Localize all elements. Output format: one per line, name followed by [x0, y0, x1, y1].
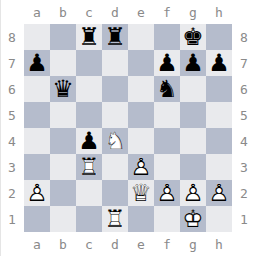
file-label-g-top: g — [180, 0, 206, 24]
square-h5[interactable] — [206, 102, 232, 128]
rank-label-8-left: 8 — [0, 24, 24, 50]
white-pawn[interactable]: ♟♙ — [128, 154, 154, 180]
white-pawn-outline: ♙ — [154, 180, 180, 206]
white-knight[interactable]: ♞♘ — [102, 128, 128, 154]
square-e8[interactable] — [128, 24, 154, 50]
rank-label-6-right: 6 — [232, 76, 256, 102]
file-label-h-top: h — [206, 0, 232, 24]
square-b7[interactable] — [50, 50, 76, 76]
white-pawn[interactable]: ♟♙ — [206, 180, 232, 206]
white-king[interactable]: ♚♔ — [180, 206, 206, 232]
white-pawn[interactable]: ♟♙ — [24, 180, 50, 206]
file-label-d-top: d — [102, 0, 128, 24]
square-a4[interactable] — [24, 128, 50, 154]
file-label-f-bottom: f — [154, 232, 180, 256]
white-pawn[interactable]: ♟♙ — [180, 180, 206, 206]
chess-board-page: abcdefgh8♜♜♚87♟♟♟♟76♛♞6554♟♞♘43♜♖♟♙32♟♙♛… — [0, 0, 256, 256]
white-pawn-outline: ♙ — [180, 180, 206, 206]
rank-label-5-right: 5 — [232, 102, 256, 128]
square-h3[interactable] — [206, 154, 232, 180]
white-pawn-outline: ♙ — [128, 154, 154, 180]
rank-label-4-right: 4 — [232, 128, 256, 154]
square-g1[interactable]: ♚♔ — [180, 206, 206, 232]
square-g7[interactable]: ♟ — [180, 50, 206, 76]
square-a7[interactable]: ♟ — [24, 50, 50, 76]
square-a3[interactable] — [24, 154, 50, 180]
square-h8[interactable] — [206, 24, 232, 50]
white-rook[interactable]: ♜♖ — [102, 206, 128, 232]
square-c2[interactable] — [76, 180, 102, 206]
file-label-e-top: e — [128, 0, 154, 24]
square-a5[interactable] — [24, 102, 50, 128]
square-d6[interactable] — [102, 76, 128, 102]
white-pawn[interactable]: ♟♙ — [154, 180, 180, 206]
square-b6[interactable]: ♛ — [50, 76, 76, 102]
square-d7[interactable] — [102, 50, 128, 76]
board-corner — [0, 0, 24, 24]
square-c6[interactable] — [76, 76, 102, 102]
rank-label-3-left: 3 — [0, 154, 24, 180]
square-f6[interactable]: ♞ — [154, 76, 180, 102]
black-rook[interactable]: ♜ — [102, 24, 128, 50]
white-rook-outline: ♖ — [102, 206, 128, 232]
square-a8[interactable] — [24, 24, 50, 50]
square-b1[interactable] — [50, 206, 76, 232]
black-queen[interactable]: ♛ — [50, 76, 76, 102]
square-f2[interactable]: ♟♙ — [154, 180, 180, 206]
square-g6[interactable] — [180, 76, 206, 102]
square-e3[interactable]: ♟♙ — [128, 154, 154, 180]
square-h6[interactable] — [206, 76, 232, 102]
square-g2[interactable]: ♟♙ — [180, 180, 206, 206]
rank-label-7-right: 7 — [232, 50, 256, 76]
black-pawn[interactable]: ♟ — [154, 50, 180, 76]
square-e1[interactable] — [128, 206, 154, 232]
square-c3[interactable]: ♜♖ — [76, 154, 102, 180]
square-c1[interactable] — [76, 206, 102, 232]
black-knight[interactable]: ♞ — [154, 76, 180, 102]
rank-label-8-right: 8 — [232, 24, 256, 50]
square-d1[interactable]: ♜♖ — [102, 206, 128, 232]
board-corner — [232, 232, 256, 256]
file-label-d-bottom: d — [102, 232, 128, 256]
rank-label-5-left: 5 — [0, 102, 24, 128]
square-h1[interactable] — [206, 206, 232, 232]
rank-label-1-right: 1 — [232, 206, 256, 232]
square-g4[interactable] — [180, 128, 206, 154]
white-pawn-outline: ♙ — [24, 180, 50, 206]
black-pawn[interactable]: ♟ — [206, 50, 232, 76]
square-h4[interactable] — [206, 128, 232, 154]
square-e4[interactable] — [128, 128, 154, 154]
file-label-b-top: b — [50, 0, 76, 24]
file-label-e-bottom: e — [128, 232, 154, 256]
square-h7[interactable]: ♟ — [206, 50, 232, 76]
square-f8[interactable] — [154, 24, 180, 50]
rank-label-2-left: 2 — [0, 180, 24, 206]
white-rook[interactable]: ♜♖ — [76, 154, 102, 180]
file-label-b-bottom: b — [50, 232, 76, 256]
rank-label-6-left: 6 — [0, 76, 24, 102]
file-label-a-bottom: a — [24, 232, 50, 256]
file-label-c-bottom: c — [76, 232, 102, 256]
file-label-a-top: a — [24, 0, 50, 24]
rank-label-7-left: 7 — [0, 50, 24, 76]
white-king-outline: ♔ — [180, 206, 206, 232]
square-c5[interactable] — [76, 102, 102, 128]
black-pawn[interactable]: ♟ — [76, 128, 102, 154]
white-queen-outline: ♕ — [128, 180, 154, 206]
black-king[interactable]: ♚ — [180, 24, 206, 50]
square-a1[interactable] — [24, 206, 50, 232]
square-e6[interactable] — [128, 76, 154, 102]
square-c8[interactable]: ♜ — [76, 24, 102, 50]
black-pawn[interactable]: ♟ — [24, 50, 50, 76]
square-d3[interactable] — [102, 154, 128, 180]
square-c4[interactable]: ♟ — [76, 128, 102, 154]
square-b8[interactable] — [50, 24, 76, 50]
white-rook-outline: ♖ — [76, 154, 102, 180]
board-corner — [0, 232, 24, 256]
chess-board: abcdefgh8♜♜♚87♟♟♟♟76♛♞6554♟♞♘43♜♖♟♙32♟♙♛… — [0, 0, 256, 256]
square-f1[interactable] — [154, 206, 180, 232]
rank-label-1-left: 1 — [0, 206, 24, 232]
rank-label-2-right: 2 — [232, 180, 256, 206]
white-queen[interactable]: ♛♕ — [128, 180, 154, 206]
square-g8[interactable]: ♚ — [180, 24, 206, 50]
square-g3[interactable] — [180, 154, 206, 180]
file-label-h-bottom: h — [206, 232, 232, 256]
black-pawn[interactable]: ♟ — [180, 50, 206, 76]
file-label-c-top: c — [76, 0, 102, 24]
file-label-f-top: f — [154, 0, 180, 24]
black-rook[interactable]: ♜ — [76, 24, 102, 50]
square-e2[interactable]: ♛♕ — [128, 180, 154, 206]
rank-label-3-right: 3 — [232, 154, 256, 180]
square-d5[interactable] — [102, 102, 128, 128]
square-d2[interactable] — [102, 180, 128, 206]
board-corner — [232, 0, 256, 24]
square-c7[interactable] — [76, 50, 102, 76]
square-e5[interactable] — [128, 102, 154, 128]
square-f4[interactable] — [154, 128, 180, 154]
square-b2[interactable] — [50, 180, 76, 206]
white-knight-outline: ♘ — [102, 128, 128, 154]
square-a6[interactable] — [24, 76, 50, 102]
white-pawn-outline: ♙ — [206, 180, 232, 206]
square-d8[interactable]: ♜ — [102, 24, 128, 50]
square-f5[interactable] — [154, 102, 180, 128]
rank-label-4-left: 4 — [0, 128, 24, 154]
square-e7[interactable] — [128, 50, 154, 76]
square-g5[interactable] — [180, 102, 206, 128]
square-b3[interactable] — [50, 154, 76, 180]
square-f7[interactable]: ♟ — [154, 50, 180, 76]
square-h2[interactable]: ♟♙ — [206, 180, 232, 206]
square-b5[interactable] — [50, 102, 76, 128]
square-a2[interactable]: ♟♙ — [24, 180, 50, 206]
file-label-g-bottom: g — [180, 232, 206, 256]
square-b4[interactable] — [50, 128, 76, 154]
square-f3[interactable] — [154, 154, 180, 180]
square-d4[interactable]: ♞♘ — [102, 128, 128, 154]
